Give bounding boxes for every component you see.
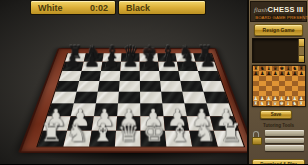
locked-tool-row[interactable] bbox=[265, 145, 304, 151]
square-a5[interactable] bbox=[55, 81, 79, 92]
square-d7[interactable]: ♟ bbox=[120, 62, 139, 71]
square-f4[interactable] bbox=[161, 92, 184, 104]
download-play-offline-button[interactable]: Download & Play offline bbox=[252, 159, 305, 165]
sidebar: flashCHESSIII BOARD GAME PRESENTED BY Re… bbox=[247, 0, 308, 164]
logo-subtitle: BOARD GAME PRESENTED BY bbox=[255, 15, 302, 21]
logo-chess-text: CHESS bbox=[268, 5, 295, 14]
white-queen[interactable]: ♛ bbox=[273, 101, 277, 106]
black-clock: Black bbox=[118, 0, 206, 15]
square-c6[interactable] bbox=[99, 71, 120, 81]
square-f1[interactable]: ♝ bbox=[165, 131, 192, 147]
white-bishop[interactable]: ♝ bbox=[267, 101, 271, 106]
black-pawn[interactable]: ♟ bbox=[83, 52, 100, 70]
move-list-panel[interactable] bbox=[252, 38, 305, 63]
square-e1[interactable]: ♚ bbox=[140, 131, 166, 147]
locked-tool-row[interactable] bbox=[265, 138, 304, 144]
square-c4[interactable] bbox=[96, 92, 119, 104]
white-king[interactable]: ♚ bbox=[280, 101, 284, 106]
square-d4[interactable] bbox=[118, 92, 140, 104]
logo-numeral-text: III bbox=[297, 5, 303, 14]
chess-board: ♜♞♝♛♚♝♞♜♟♟♟♟♟♟♟♟♟♟♟♟♟♟♟♟♜♞♝♛♚♝♞♜ bbox=[18, 48, 256, 153]
black-pawn[interactable]: ♟ bbox=[103, 52, 120, 70]
black-clock-label: Black bbox=[126, 3, 150, 13]
tutoring-tools-panel bbox=[249, 128, 308, 153]
white-knight[interactable]: ♞ bbox=[194, 121, 216, 145]
locked-tool-row[interactable] bbox=[265, 130, 304, 136]
white-clock-label: White bbox=[38, 3, 63, 13]
black-pawn[interactable]: ♟ bbox=[64, 52, 81, 70]
lock-icon bbox=[252, 131, 262, 145]
white-bishop[interactable]: ♝ bbox=[91, 121, 113, 145]
white-king[interactable]: ♚ bbox=[143, 121, 165, 145]
square-c7[interactable]: ♟ bbox=[101, 62, 121, 71]
square-f5[interactable] bbox=[160, 81, 182, 92]
mini-square-h1[interactable]: ♜ bbox=[298, 101, 305, 106]
square-f7[interactable]: ♟ bbox=[158, 62, 178, 71]
square-a7[interactable]: ♟ bbox=[62, 62, 84, 71]
white-rook[interactable]: ♜ bbox=[299, 101, 303, 106]
white-bishop[interactable]: ♝ bbox=[168, 121, 190, 145]
board-3d-scene: ♜♞♝♛♚♝♞♜♟♟♟♟♟♟♟♟♟♟♟♟♟♟♟♟♜♞♝♛♚♝♞♜ bbox=[12, 0, 262, 164]
white-rook[interactable]: ♜ bbox=[40, 121, 62, 145]
square-d6[interactable] bbox=[120, 71, 140, 81]
logo-flash-text: flash bbox=[254, 6, 268, 14]
square-f6[interactable] bbox=[159, 71, 180, 81]
save-button[interactable]: Save bbox=[260, 110, 292, 119]
white-knight[interactable]: ♞ bbox=[66, 121, 88, 145]
square-b5[interactable] bbox=[77, 81, 100, 92]
black-pawn[interactable]: ♟ bbox=[180, 52, 197, 70]
white-rook[interactable]: ♜ bbox=[254, 101, 258, 106]
square-b4[interactable] bbox=[74, 92, 98, 104]
locked-tools-list bbox=[265, 129, 304, 153]
scroll-down-button[interactable] bbox=[299, 55, 304, 62]
white-queen[interactable]: ♛ bbox=[117, 121, 139, 145]
scrollbar-thumb[interactable] bbox=[299, 39, 304, 47]
white-clock-time: 0:02 bbox=[90, 3, 108, 13]
square-b7[interactable]: ♟ bbox=[82, 62, 103, 71]
board-grid: ♜♞♝♛♚♝♞♜♟♟♟♟♟♟♟♟♟♟♟♟♟♟♟♟♜♞♝♛♚♝♞♜ bbox=[36, 53, 245, 147]
square-d5[interactable] bbox=[119, 81, 140, 92]
square-g6[interactable] bbox=[179, 71, 201, 81]
white-rook[interactable]: ♜ bbox=[219, 121, 241, 145]
tutoring-tools-label: Tutoring Tools bbox=[252, 122, 305, 127]
square-e6[interactable] bbox=[140, 71, 160, 81]
square-h7[interactable]: ♟ bbox=[196, 62, 218, 71]
app-logo-block: flashCHESSIII BOARD GAME PRESENTED BY bbox=[250, 1, 307, 22]
square-g5[interactable] bbox=[180, 81, 203, 92]
black-pawn[interactable]: ♟ bbox=[160, 52, 177, 70]
white-clock: White 0:02 bbox=[30, 0, 116, 15]
square-c5[interactable] bbox=[98, 81, 120, 92]
square-h5[interactable] bbox=[201, 81, 225, 92]
square-a4[interactable] bbox=[52, 92, 77, 104]
black-pawn[interactable]: ♟ bbox=[122, 52, 139, 70]
black-pawn[interactable]: ♟ bbox=[141, 52, 158, 70]
square-a6[interactable] bbox=[59, 71, 82, 81]
square-b6[interactable] bbox=[79, 71, 101, 81]
square-e4[interactable] bbox=[140, 92, 162, 104]
mini-board: ♜♞♝♛♚♝♞♜♟♟♟♟♟♟♟♟♟♟♟♟♟♟♟♟♜♞♝♛♚♝♞♜ bbox=[252, 65, 306, 107]
square-e5[interactable] bbox=[140, 81, 161, 92]
lock-body bbox=[252, 137, 262, 145]
square-h4[interactable] bbox=[203, 92, 228, 104]
resign-game-button[interactable]: Resign Game bbox=[254, 24, 303, 36]
square-d1[interactable]: ♛ bbox=[115, 131, 141, 147]
white-bishop[interactable]: ♝ bbox=[286, 101, 290, 106]
app-logo: flashCHESSIII bbox=[251, 2, 306, 14]
white-knight[interactable]: ♞ bbox=[293, 101, 297, 106]
square-h1[interactable]: ♜ bbox=[214, 131, 244, 147]
move-list-scrollbar[interactable] bbox=[298, 39, 304, 62]
app-window: ♜♞♝♛♚♝♞♜♟♟♟♟♟♟♟♟♟♟♟♟♟♟♟♟♜♞♝♛♚♝♞♜ White 0… bbox=[0, 0, 308, 164]
white-knight[interactable]: ♞ bbox=[260, 101, 264, 106]
square-b1[interactable]: ♞ bbox=[63, 131, 91, 147]
square-h6[interactable] bbox=[198, 71, 221, 81]
square-c1[interactable]: ♝ bbox=[89, 131, 116, 147]
square-g7[interactable]: ♟ bbox=[177, 62, 198, 71]
black-pawn[interactable]: ♟ bbox=[199, 52, 216, 70]
square-g1[interactable]: ♞ bbox=[189, 131, 218, 147]
square-e7[interactable]: ♟ bbox=[140, 62, 160, 71]
